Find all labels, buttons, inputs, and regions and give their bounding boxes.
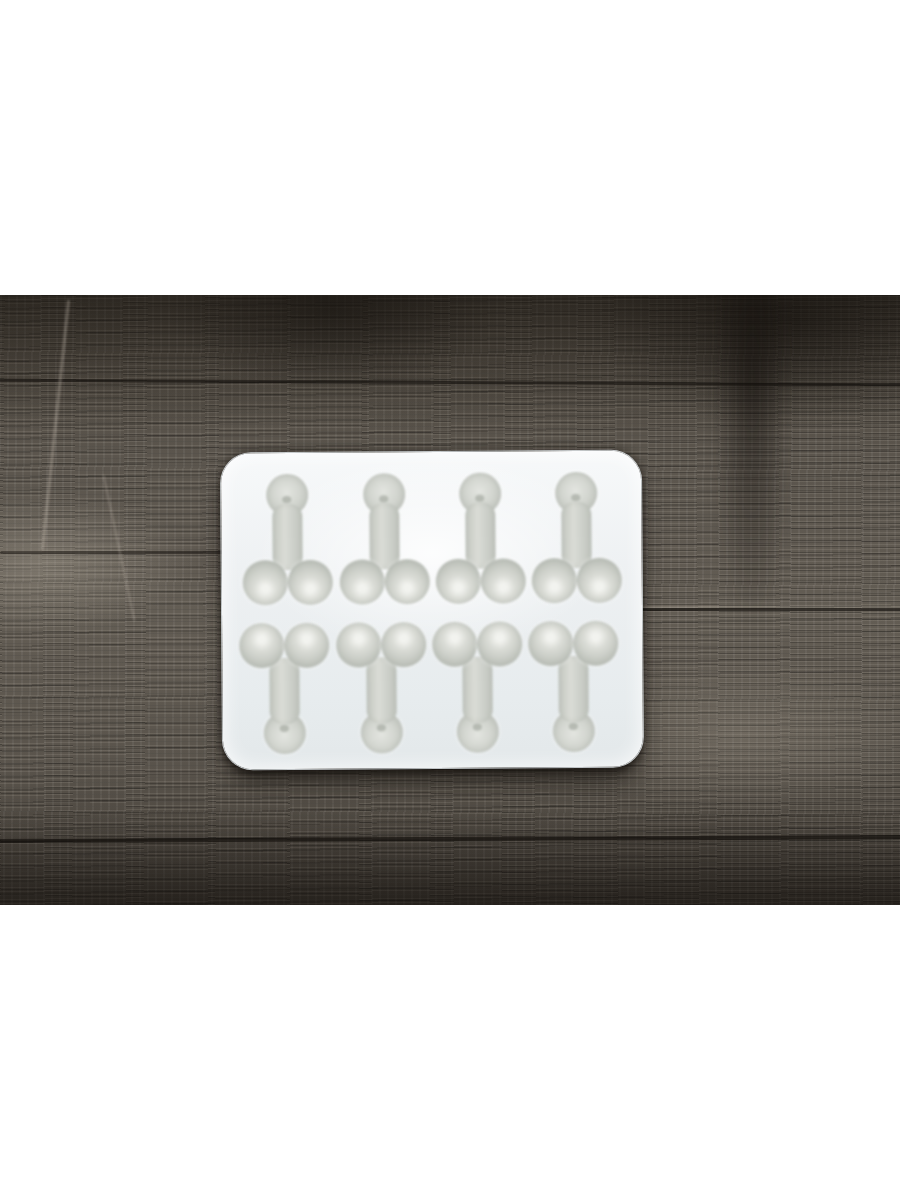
cavity-shaft [272, 504, 302, 570]
plank-seam [0, 835, 900, 843]
bottom-white-bar [0, 905, 900, 1200]
mold-cavity-r1c3 [434, 472, 527, 605]
cavity-ball-left [340, 559, 385, 604]
cavity-ball-right [284, 623, 329, 668]
mold-cavity-r1c1 [241, 474, 334, 607]
cavity-shaft [269, 658, 299, 724]
wood-dark-streak [712, 295, 792, 635]
cavity-ball-left [243, 560, 288, 605]
cavity-ball-left [436, 559, 481, 604]
cavity-ball-left [432, 622, 477, 667]
image-frame [0, 0, 900, 1200]
mold-cavity-r1c4 [530, 472, 623, 605]
mold-cavity-r2c2 [335, 621, 428, 754]
cavity-shaft [366, 657, 396, 723]
cavity-ball-left [532, 558, 577, 603]
cavity-ball-left [336, 622, 381, 667]
product-photo [0, 295, 900, 905]
cavity-ball-right [577, 558, 622, 603]
top-white-bar [0, 0, 900, 295]
cavity-ball-right [288, 560, 333, 605]
cavity-ball-right [385, 559, 430, 604]
cavity-ball-right [573, 621, 618, 666]
cavity-ball-right [481, 558, 526, 603]
cavity-shaft [558, 656, 588, 722]
mold-cavities [221, 451, 643, 770]
mold-cavity-r2c4 [527, 620, 620, 753]
wood-scratch [102, 474, 135, 621]
cavity-shaft [465, 503, 495, 569]
mold-cavity-r2c1 [238, 622, 331, 755]
cavity-shaft [369, 503, 399, 569]
cavity-ball-right [381, 622, 426, 667]
plank-seam [636, 608, 900, 611]
silicone-mold [221, 451, 643, 770]
cavity-shaft [561, 502, 591, 568]
mold-cavity-r1c2 [338, 473, 431, 606]
cavity-shaft [462, 657, 492, 723]
plank-seam [0, 551, 228, 554]
cavity-ball-right [477, 621, 522, 666]
mold-cavity-r2c3 [431, 620, 524, 753]
wood-scratch [41, 300, 70, 551]
cavity-ball-left [528, 621, 573, 666]
cavity-ball-left [239, 623, 284, 668]
